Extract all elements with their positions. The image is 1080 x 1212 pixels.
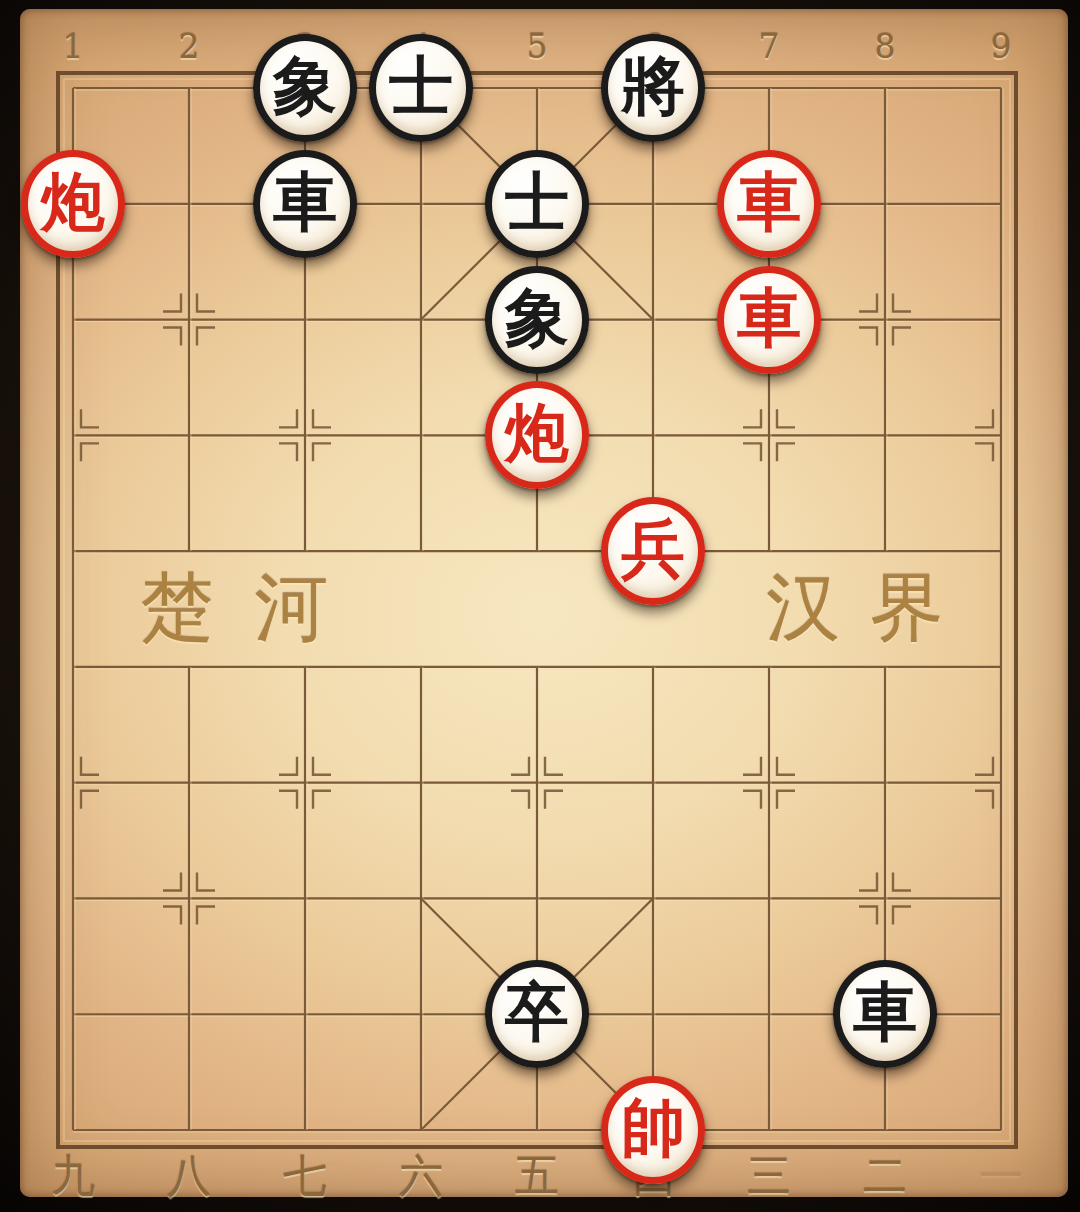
black-elephant[interactable]: 象 [485, 266, 589, 374]
black-soldier[interactable]: 卒 [485, 960, 589, 1068]
bottom-file-label-9: 一 [979, 1147, 1023, 1206]
red-soldier[interactable]: 兵 [601, 497, 705, 605]
red-cannon[interactable]: 炮 [485, 381, 589, 489]
red-general[interactable]: 帥 [601, 1076, 705, 1184]
red-chariot-glyph: 車 [737, 170, 801, 234]
top-file-label-5: 5 [527, 27, 548, 66]
black-advisor[interactable]: 士 [369, 34, 473, 142]
xiangqi-board: 123456789 九八七六五四三二一 楚河 汉界 象士將炮車士車象車炮兵卒車帥 [0, 0, 1080, 1212]
black-elephant[interactable]: 象 [253, 34, 357, 142]
bottom-file-label-3: 七 [283, 1147, 327, 1206]
red-soldier-glyph: 兵 [621, 517, 685, 581]
black-advisor-glyph: 士 [389, 54, 453, 118]
black-general[interactable]: 將 [601, 34, 705, 142]
river-text-left: 楚河 [140, 551, 368, 667]
black-chariot[interactable]: 車 [253, 150, 357, 258]
red-chariot[interactable]: 車 [717, 266, 821, 374]
black-chariot-glyph: 車 [273, 170, 337, 234]
top-file-label-9: 9 [991, 27, 1012, 66]
black-elephant-glyph: 象 [273, 54, 337, 118]
red-cannon[interactable]: 炮 [21, 150, 125, 258]
bottom-file-label-4: 六 [399, 1147, 443, 1206]
bottom-file-label-7: 三 [747, 1147, 791, 1206]
top-file-label-7: 7 [759, 27, 780, 66]
black-advisor[interactable]: 士 [485, 150, 589, 258]
black-general-glyph: 將 [621, 54, 685, 118]
black-soldier-glyph: 卒 [505, 980, 569, 1044]
bottom-file-label-1: 九 [51, 1147, 95, 1206]
bottom-file-label-2: 八 [167, 1147, 211, 1206]
black-chariot-glyph: 車 [853, 980, 917, 1044]
black-advisor-glyph: 士 [505, 170, 569, 234]
red-chariot[interactable]: 車 [717, 150, 821, 258]
red-cannon-glyph: 炮 [505, 401, 569, 465]
top-file-label-2: 2 [179, 27, 200, 66]
red-general-glyph: 帥 [621, 1096, 685, 1160]
bottom-file-label-5: 五 [515, 1147, 559, 1206]
black-elephant-glyph: 象 [505, 286, 569, 350]
black-chariot[interactable]: 車 [833, 960, 937, 1068]
red-cannon-glyph: 炮 [41, 170, 105, 234]
top-file-label-8: 8 [875, 27, 896, 66]
red-chariot-glyph: 車 [737, 286, 801, 350]
bottom-file-label-8: 二 [863, 1147, 907, 1206]
top-file-label-1: 1 [63, 27, 84, 66]
river-text-right: 汉界 [766, 551, 974, 667]
